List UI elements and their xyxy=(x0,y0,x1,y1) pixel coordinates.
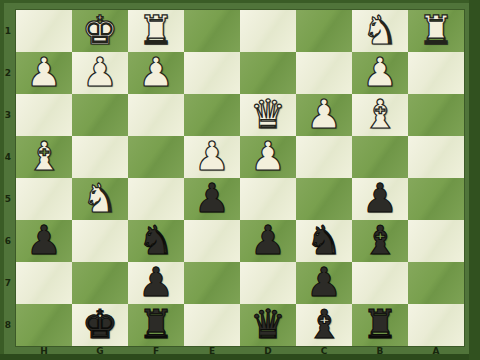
square-g8[interactable]: ♚ xyxy=(72,304,128,346)
square-d7[interactable] xyxy=(240,262,296,304)
white-pawn[interactable]: ♟ xyxy=(26,51,62,93)
square-c8[interactable]: ♝ xyxy=(296,304,352,346)
square-c5[interactable] xyxy=(296,178,352,220)
square-h5[interactable] xyxy=(16,178,72,220)
file-label-b: B xyxy=(352,346,408,357)
black-rook[interactable]: ♜ xyxy=(362,303,398,345)
square-g6[interactable] xyxy=(72,220,128,262)
white-king[interactable]: ♚ xyxy=(82,9,118,51)
square-f1[interactable]: ♜ xyxy=(128,10,184,52)
square-b6[interactable]: ♝ xyxy=(352,220,408,262)
square-c4[interactable] xyxy=(296,136,352,178)
rank-label-7: 7 xyxy=(0,262,16,304)
rank-label-5: 5 xyxy=(0,178,16,220)
square-b8[interactable]: ♜ xyxy=(352,304,408,346)
square-g2[interactable]: ♟ xyxy=(72,52,128,94)
file-label-c: C xyxy=(296,346,352,357)
square-f2[interactable]: ♟ xyxy=(128,52,184,94)
file-label-e: E xyxy=(184,346,240,357)
square-d8[interactable]: ♛ xyxy=(240,304,296,346)
white-rook[interactable]: ♜ xyxy=(418,9,454,51)
square-e7[interactable] xyxy=(184,262,240,304)
white-pawn[interactable]: ♟ xyxy=(82,51,118,93)
white-pawn[interactable]: ♟ xyxy=(250,135,286,177)
square-d5[interactable] xyxy=(240,178,296,220)
square-f5[interactable] xyxy=(128,178,184,220)
square-h1[interactable] xyxy=(16,10,72,52)
rank-label-6: 6 xyxy=(0,220,16,262)
rank-label-8: 8 xyxy=(0,304,16,346)
square-a7[interactable] xyxy=(408,262,464,304)
square-d6[interactable]: ♟ xyxy=(240,220,296,262)
square-a6[interactable] xyxy=(408,220,464,262)
chess-board: ♚♜♞♜♟♟♟♟♛♟♝♝♟♟♞♟♟♟♞♟♞♝♟♟♚♜♛♝♜ xyxy=(16,10,464,346)
black-pawn[interactable]: ♟ xyxy=(250,219,286,261)
file-label-f: F xyxy=(128,346,184,357)
square-f4[interactable] xyxy=(128,136,184,178)
white-queen[interactable]: ♛ xyxy=(250,93,286,135)
square-h6[interactable]: ♟ xyxy=(16,220,72,262)
rank-label-4: 4 xyxy=(0,136,16,178)
white-bishop[interactable]: ♝ xyxy=(26,135,62,177)
square-d4[interactable]: ♟ xyxy=(240,136,296,178)
square-c2[interactable] xyxy=(296,52,352,94)
white-pawn[interactable]: ♟ xyxy=(138,51,174,93)
square-a2[interactable] xyxy=(408,52,464,94)
black-pawn[interactable]: ♟ xyxy=(362,177,398,219)
white-pawn[interactable]: ♟ xyxy=(362,51,398,93)
chess-board-widget: ♚♜♞♜♟♟♟♟♛♟♝♝♟♟♞♟♟♟♞♟♞♝♟♟♚♜♛♝♜ 12345678HG… xyxy=(0,0,480,360)
square-c7[interactable]: ♟ xyxy=(296,262,352,304)
black-rook[interactable]: ♜ xyxy=(138,303,174,345)
white-rook[interactable]: ♜ xyxy=(138,9,174,51)
square-e4[interactable]: ♟ xyxy=(184,136,240,178)
black-knight[interactable]: ♞ xyxy=(138,219,174,261)
black-pawn[interactable]: ♟ xyxy=(26,219,62,261)
square-e3[interactable] xyxy=(184,94,240,136)
file-label-a: A xyxy=(408,346,464,357)
black-pawn[interactable]: ♟ xyxy=(138,261,174,303)
square-e8[interactable] xyxy=(184,304,240,346)
square-h8[interactable] xyxy=(16,304,72,346)
square-b7[interactable] xyxy=(352,262,408,304)
white-bishop[interactable]: ♝ xyxy=(362,93,398,135)
square-b2[interactable]: ♟ xyxy=(352,52,408,94)
rank-label-1: 1 xyxy=(0,10,16,52)
square-b5[interactable]: ♟ xyxy=(352,178,408,220)
square-c1[interactable] xyxy=(296,10,352,52)
black-knight[interactable]: ♞ xyxy=(306,219,342,261)
black-queen[interactable]: ♛ xyxy=(250,303,286,345)
square-a5[interactable] xyxy=(408,178,464,220)
square-a1[interactable]: ♜ xyxy=(408,10,464,52)
rank-label-2: 2 xyxy=(0,52,16,94)
square-f7[interactable]: ♟ xyxy=(128,262,184,304)
square-e6[interactable] xyxy=(184,220,240,262)
square-g4[interactable] xyxy=(72,136,128,178)
square-e2[interactable] xyxy=(184,52,240,94)
file-label-d: D xyxy=(240,346,296,357)
file-label-h: H xyxy=(16,346,72,357)
white-pawn[interactable]: ♟ xyxy=(194,135,230,177)
rank-label-3: 3 xyxy=(0,94,16,136)
file-label-g: G xyxy=(72,346,128,357)
square-d3[interactable]: ♛ xyxy=(240,94,296,136)
square-d2[interactable] xyxy=(240,52,296,94)
black-king[interactable]: ♚ xyxy=(82,303,118,345)
square-f8[interactable]: ♜ xyxy=(128,304,184,346)
square-g5[interactable]: ♞ xyxy=(72,178,128,220)
square-e5[interactable]: ♟ xyxy=(184,178,240,220)
white-knight[interactable]: ♞ xyxy=(82,177,118,219)
square-a8[interactable] xyxy=(408,304,464,346)
black-bishop[interactable]: ♝ xyxy=(306,303,342,345)
black-pawn[interactable]: ♟ xyxy=(306,261,342,303)
square-g7[interactable] xyxy=(72,262,128,304)
white-pawn[interactable]: ♟ xyxy=(306,93,342,135)
square-h3[interactable] xyxy=(16,94,72,136)
square-g3[interactable] xyxy=(72,94,128,136)
square-c6[interactable]: ♞ xyxy=(296,220,352,262)
square-d1[interactable] xyxy=(240,10,296,52)
black-bishop[interactable]: ♝ xyxy=(362,219,398,261)
square-a3[interactable] xyxy=(408,94,464,136)
square-a4[interactable] xyxy=(408,136,464,178)
square-c3[interactable]: ♟ xyxy=(296,94,352,136)
square-f6[interactable]: ♞ xyxy=(128,220,184,262)
black-pawn[interactable]: ♟ xyxy=(194,177,230,219)
square-f3[interactable] xyxy=(128,94,184,136)
square-b1[interactable]: ♞ xyxy=(352,10,408,52)
square-g1[interactable]: ♚ xyxy=(72,10,128,52)
square-b3[interactable]: ♝ xyxy=(352,94,408,136)
square-e1[interactable] xyxy=(184,10,240,52)
square-b4[interactable] xyxy=(352,136,408,178)
square-h2[interactable]: ♟ xyxy=(16,52,72,94)
white-knight[interactable]: ♞ xyxy=(362,9,398,51)
square-h7[interactable] xyxy=(16,262,72,304)
square-h4[interactable]: ♝ xyxy=(16,136,72,178)
